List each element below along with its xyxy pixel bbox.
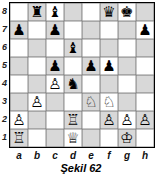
square-f6: [100, 39, 118, 57]
square-e1: [82, 129, 100, 147]
rank-label-2: 2: [0, 110, 9, 128]
square-a5: [10, 57, 28, 75]
file-label-a: a: [10, 148, 28, 161]
square-d8: [64, 3, 82, 21]
square-g2-P: ♙: [118, 111, 136, 129]
square-c8-b: ♝: [46, 3, 64, 21]
square-b7: [28, 21, 46, 39]
square-g5: [118, 57, 136, 75]
square-e3-N: ♘: [82, 93, 100, 111]
square-c7-p: ♟: [46, 21, 64, 39]
square-h8: [136, 3, 154, 21]
square-d3: [64, 93, 82, 111]
rank-label-4: 4: [0, 74, 9, 92]
rank-label-6: 6: [0, 38, 9, 56]
square-c2: [46, 111, 64, 129]
rank-label-8: 8: [0, 2, 9, 20]
square-c5-p: ♟: [46, 57, 64, 75]
square-a6: [10, 39, 28, 57]
square-g6: [118, 39, 136, 57]
square-d1-Q: ♕: [64, 129, 82, 147]
square-g1-K: ♔: [118, 129, 136, 147]
file-label-h: h: [136, 148, 154, 161]
square-b5: [28, 57, 46, 75]
square-a4: [10, 75, 28, 93]
square-f4: [100, 75, 118, 93]
figure-caption: Şekil 62: [0, 161, 162, 174]
square-f8-q: ♛: [100, 3, 118, 21]
square-f1: [100, 129, 118, 147]
square-h7-p: ♟: [136, 21, 154, 39]
chess-board: ♜♝♛♚♟♟♟♝♟♟♟♙♞♙♘♘♙♖♙♙♙♖♕♔: [9, 2, 155, 148]
square-a7-p: ♟: [10, 21, 28, 39]
square-f3-N: ♘: [100, 93, 118, 111]
square-h5: [136, 57, 154, 75]
square-a1-R: ♖: [10, 129, 28, 147]
square-e7: [82, 21, 100, 39]
square-e5-p: ♟: [82, 57, 100, 75]
file-labels: abcdefgh: [10, 148, 154, 161]
square-b4: [28, 75, 46, 93]
chess-figure: 87654321 ♜♝♛♚♟♟♟♝♟♟♟♙♞♙♘♘♙♖♙♙♙♖♕♔ abcdef…: [0, 0, 162, 177]
rank-labels: 87654321: [0, 2, 9, 146]
square-c1: [46, 129, 64, 147]
square-e6: [82, 39, 100, 57]
square-b6: [28, 39, 46, 57]
file-label-g: g: [118, 148, 136, 161]
square-f5-p: ♟: [100, 57, 118, 75]
file-label-b: b: [28, 148, 46, 161]
square-f2-P: ♙: [100, 111, 118, 129]
square-c6: [46, 39, 64, 57]
file-label-f: f: [100, 148, 118, 161]
square-b1: [28, 129, 46, 147]
square-h6: [136, 39, 154, 57]
square-c3: [46, 93, 64, 111]
square-d4-n: ♞: [64, 75, 82, 93]
square-d7: [64, 21, 82, 39]
square-h3: [136, 93, 154, 111]
rank-label-1: 1: [0, 128, 9, 146]
square-d2-R: ♖: [64, 111, 82, 129]
square-g7: [118, 21, 136, 39]
rank-label-5: 5: [0, 56, 9, 74]
square-f7: [100, 21, 118, 39]
square-b3-P: ♙: [28, 93, 46, 111]
square-e2: [82, 111, 100, 129]
rank-label-7: 7: [0, 20, 9, 38]
square-g8-k: ♚: [118, 3, 136, 21]
file-label-e: e: [82, 148, 100, 161]
square-a2-P: ♙: [10, 111, 28, 129]
square-d5: [64, 57, 82, 75]
square-b8-r: ♜: [28, 3, 46, 21]
square-e8: [82, 3, 100, 21]
square-h4: [136, 75, 154, 93]
square-c4-P: ♙: [46, 75, 64, 93]
rank-label-3: 3: [0, 92, 9, 110]
file-label-c: c: [46, 148, 64, 161]
square-h1: [136, 129, 154, 147]
square-h2-P: ♙: [136, 111, 154, 129]
square-a3: [10, 93, 28, 111]
square-b2: [28, 111, 46, 129]
square-d6-b: ♝: [64, 39, 82, 57]
square-g3: [118, 93, 136, 111]
square-a8: [10, 3, 28, 21]
file-label-d: d: [64, 148, 82, 161]
square-e4: [82, 75, 100, 93]
square-g4: [118, 75, 136, 93]
